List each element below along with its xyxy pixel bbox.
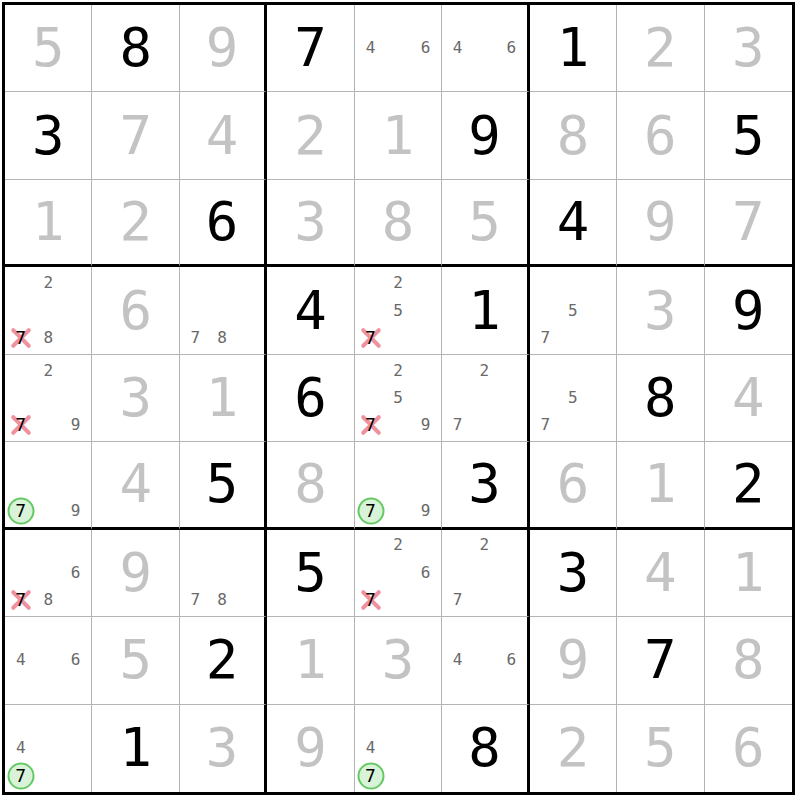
cell-r8c3[interactable]: 2 (180, 617, 267, 704)
cell-r7c2[interactable]: 9 (92, 530, 179, 617)
candidate-2: 2 (384, 532, 411, 559)
candidate-6: 6 (412, 559, 439, 586)
candidate-7: 7 (444, 587, 471, 614)
candidate-digit: 8 (43, 592, 53, 608)
cell-r5c4[interactable]: 6 (267, 355, 354, 442)
candidate-7-eliminated: 7 (357, 587, 384, 614)
candidate-digit: 8 (217, 592, 227, 608)
given-digit: 7 (617, 617, 703, 703)
cell-r3c1[interactable]: 1 (5, 180, 92, 267)
given-digit: 7 (267, 5, 353, 91)
candidate-grid: 79 (357, 444, 439, 524)
cell-r9c7[interactable]: 2 (530, 705, 617, 792)
candidate-digit: 5 (568, 303, 578, 319)
solved-digit: 9 (617, 180, 703, 264)
solved-digit: 2 (530, 705, 616, 792)
candidate-grid: 79 (7, 444, 89, 524)
candidate-digit: 7 (365, 591, 376, 609)
cell-r1c8[interactable]: 2 (617, 5, 704, 92)
solved-digit: 7 (92, 92, 178, 178)
candidate-digit: 8 (217, 330, 227, 346)
given-digit: 9 (442, 92, 526, 178)
cell-r3c8[interactable]: 9 (617, 180, 704, 267)
cell-r4c2[interactable]: 6 (92, 267, 179, 354)
cell-r8c9[interactable]: 8 (705, 617, 792, 704)
solved-digit: 4 (705, 355, 792, 441)
solved-digit: 5 (442, 180, 526, 264)
candidate-digit: 6 (506, 40, 516, 56)
cell-r2c2[interactable]: 7 (92, 92, 179, 179)
cell-r5c6[interactable]: 27 (442, 355, 529, 442)
cell-r4c8[interactable]: 3 (617, 267, 704, 354)
cell-r6c5[interactable]: 79 (355, 442, 442, 529)
candidate-4: 4 (444, 34, 471, 61)
cell-r8c7[interactable]: 9 (530, 617, 617, 704)
cell-r5c2[interactable]: 3 (92, 355, 179, 442)
cell-r9c9[interactable]: 6 (705, 705, 792, 792)
given-digit: 1 (530, 5, 616, 91)
solved-digit: 3 (180, 705, 264, 792)
candidate-5: 5 (384, 384, 411, 411)
candidate-8: 8 (209, 587, 236, 614)
cell-r8c2[interactable]: 5 (92, 617, 179, 704)
candidate-7-placed: 7 (7, 762, 34, 790)
cell-r1c1[interactable]: 5 (5, 5, 92, 92)
candidate-digit: 7 (541, 330, 551, 346)
candidate-6: 6 (62, 559, 89, 586)
candidate-digit: 7 (15, 502, 26, 520)
solved-digit: 5 (5, 5, 91, 91)
cell-r1c5[interactable]: 46 (355, 5, 442, 92)
candidate-digit: 2 (480, 363, 490, 379)
candidate-digit: 6 (71, 565, 81, 581)
solved-digit: 1 (705, 530, 792, 616)
candidate-7-eliminated: 7 (7, 324, 34, 351)
candidate-grid: 46 (444, 7, 524, 89)
candidate-7-eliminated: 7 (357, 412, 384, 439)
candidate-grid: 46 (357, 7, 439, 89)
candidate-6: 6 (498, 34, 525, 61)
cell-r2c1[interactable]: 3 (5, 92, 92, 179)
cell-r7c3[interactable]: 78 (180, 530, 267, 617)
solved-digit: 4 (92, 442, 178, 526)
candidate-digit: 7 (15, 591, 26, 609)
given-digit: 6 (267, 355, 353, 441)
solved-digit: 7 (705, 180, 792, 264)
candidate-2: 2 (471, 357, 498, 384)
cell-r4c3[interactable]: 78 (180, 267, 267, 354)
cell-r7c8[interactable]: 4 (617, 530, 704, 617)
solved-digit: 3 (617, 267, 703, 353)
cell-r7c1[interactable]: 678 (5, 530, 92, 617)
candidate-digit: 7 (190, 592, 200, 608)
cell-r4c9[interactable]: 9 (705, 267, 792, 354)
candidate-digit: 4 (16, 740, 26, 756)
solved-digit: 1 (5, 180, 91, 264)
solved-digit: 8 (530, 92, 616, 178)
cell-r7c6[interactable]: 27 (442, 530, 529, 617)
candidate-digit: 6 (506, 652, 516, 668)
cell-r3c4[interactable]: 3 (267, 180, 354, 267)
cell-r4c7[interactable]: 57 (530, 267, 617, 354)
cell-r5c8[interactable]: 8 (617, 355, 704, 442)
cell-r4c6[interactable]: 1 (442, 267, 529, 354)
candidate-grid: 678 (7, 532, 89, 614)
candidate-digit: 7 (365, 502, 376, 520)
candidate-4: 4 (444, 647, 471, 674)
candidate-digit: 2 (43, 363, 53, 379)
solved-digit: 5 (617, 705, 703, 792)
candidate-2: 2 (384, 269, 411, 296)
cell-r9c4[interactable]: 9 (267, 705, 354, 792)
cell-r6c3[interactable]: 5 (180, 442, 267, 529)
solved-digit: 8 (267, 442, 353, 526)
sudoku-board: 5897464612337421986512638549727867842571… (2, 2, 795, 795)
cell-r3c3[interactable]: 6 (180, 180, 267, 267)
cell-r8c6[interactable]: 46 (442, 617, 529, 704)
given-digit: 8 (92, 5, 178, 91)
cell-r5c7[interactable]: 57 (530, 355, 617, 442)
candidate-7: 7 (182, 324, 209, 351)
solved-digit: 4 (180, 92, 264, 178)
candidate-grid: 47 (357, 707, 439, 790)
solved-digit: 3 (705, 5, 792, 91)
solved-digit: 9 (530, 617, 616, 703)
given-digit: 5 (705, 92, 792, 178)
candidate-grid: 57 (532, 357, 614, 439)
cell-r2c6[interactable]: 9 (442, 92, 529, 179)
solved-digit: 3 (355, 617, 441, 703)
candidate-7: 7 (444, 412, 471, 439)
candidate-digit: 7 (190, 330, 200, 346)
candidate-grid: 279 (7, 357, 89, 439)
given-digit: 4 (530, 180, 616, 264)
given-digit: 3 (442, 442, 526, 526)
cell-r9c3[interactable]: 3 (180, 705, 267, 792)
solved-digit: 6 (617, 92, 703, 178)
candidate-digit: 5 (393, 390, 403, 406)
candidate-digit: 7 (365, 767, 376, 785)
solved-digit: 5 (92, 617, 178, 703)
candidate-grid: 278 (7, 269, 89, 351)
given-digit: 1 (92, 705, 178, 792)
given-digit: 9 (705, 267, 792, 353)
solved-digit: 9 (267, 705, 353, 792)
cell-r3c5[interactable]: 8 (355, 180, 442, 267)
candidate-digit: 6 (421, 565, 431, 581)
solved-digit: 3 (267, 180, 353, 264)
cell-r9c6[interactable]: 8 (442, 705, 529, 792)
cell-r2c8[interactable]: 6 (617, 92, 704, 179)
cell-r7c4[interactable]: 5 (267, 530, 354, 617)
cell-r9c5[interactable]: 47 (355, 705, 442, 792)
cell-r2c5[interactable]: 1 (355, 92, 442, 179)
cell-r2c7[interactable]: 8 (530, 92, 617, 179)
candidate-digit: 4 (453, 652, 463, 668)
solved-digit: 1 (617, 442, 703, 526)
cell-r5c3[interactable]: 1 (180, 355, 267, 442)
cell-r8c5[interactable]: 3 (355, 617, 442, 704)
cell-r5c9[interactable]: 4 (705, 355, 792, 442)
solved-digit: 3 (92, 355, 178, 441)
candidate-7: 7 (182, 587, 209, 614)
candidate-6: 6 (498, 647, 525, 674)
cell-r9c2[interactable]: 1 (92, 705, 179, 792)
sudoku-app: 5897464612337421986512638549727867842571… (0, 0, 800, 800)
candidate-grid: 46 (444, 619, 524, 701)
cell-r4c1[interactable]: 278 (5, 267, 92, 354)
solved-digit: 2 (92, 180, 178, 264)
cell-r8c1[interactable]: 46 (5, 617, 92, 704)
solved-digit: 2 (617, 5, 703, 91)
candidate-7-placed: 7 (7, 498, 34, 525)
cell-r6c7[interactable]: 6 (530, 442, 617, 529)
cell-r6c1[interactable]: 79 (5, 442, 92, 529)
cell-r1c6[interactable]: 46 (442, 5, 529, 92)
solved-digit: 2 (267, 92, 353, 178)
solved-digit: 8 (705, 617, 792, 703)
cell-r9c1[interactable]: 47 (5, 705, 92, 792)
candidate-grid: 267 (357, 532, 439, 614)
cell-r3c7[interactable]: 4 (530, 180, 617, 267)
cell-r2c4[interactable]: 2 (267, 92, 354, 179)
given-digit: 2 (705, 442, 792, 526)
candidate-grid: 257 (357, 269, 439, 351)
cell-r8c8[interactable]: 7 (617, 617, 704, 704)
solved-digit: 6 (705, 705, 792, 792)
given-digit: 4 (267, 267, 353, 353)
candidate-5: 5 (559, 384, 586, 411)
candidate-9: 9 (412, 498, 439, 525)
candidate-7-eliminated: 7 (7, 412, 34, 439)
given-digit: 5 (180, 442, 264, 526)
given-digit: 8 (442, 705, 526, 792)
candidate-digit: 9 (71, 417, 81, 433)
cell-r2c9[interactable]: 5 (705, 92, 792, 179)
cell-r7c5[interactable]: 267 (355, 530, 442, 617)
candidate-4: 4 (357, 34, 384, 61)
cell-r7c7[interactable]: 3 (530, 530, 617, 617)
cell-r1c4[interactable]: 7 (267, 5, 354, 92)
cell-r4c5[interactable]: 257 (355, 267, 442, 354)
solved-digit: 8 (355, 180, 441, 264)
candidate-7: 7 (532, 324, 559, 351)
candidate-digit: 4 (366, 40, 376, 56)
candidate-digit: 2 (393, 363, 403, 379)
solved-digit: 4 (617, 530, 703, 616)
candidate-grid: 78 (182, 532, 262, 614)
cell-r3c2[interactable]: 2 (92, 180, 179, 267)
candidate-6: 6 (62, 647, 89, 674)
candidate-5: 5 (559, 297, 586, 324)
cell-r6c2[interactable]: 4 (92, 442, 179, 529)
candidate-digit: 9 (421, 417, 431, 433)
cell-r3c6[interactable]: 5 (442, 180, 529, 267)
cell-r5c1[interactable]: 279 (5, 355, 92, 442)
candidate-6: 6 (412, 34, 439, 61)
candidate-9: 9 (62, 498, 89, 525)
candidate-grid: 46 (7, 619, 89, 701)
candidate-digit: 7 (365, 329, 376, 347)
cell-r2c3[interactable]: 4 (180, 92, 267, 179)
cell-r3c9[interactable]: 7 (705, 180, 792, 267)
cell-r9c8[interactable]: 5 (617, 705, 704, 792)
solved-digit: 1 (267, 617, 353, 703)
given-digit: 8 (617, 355, 703, 441)
solved-digit: 1 (355, 92, 441, 178)
candidate-grid: 27 (444, 357, 524, 439)
candidate-8: 8 (34, 587, 61, 614)
cell-r4c4[interactable]: 4 (267, 267, 354, 354)
solved-digit: 9 (92, 530, 178, 616)
given-digit: 6 (180, 180, 264, 264)
given-digit: 3 (530, 530, 616, 616)
cell-r6c9[interactable]: 2 (705, 442, 792, 529)
candidate-7-eliminated: 7 (7, 587, 34, 614)
given-digit: 5 (267, 530, 353, 616)
candidate-4: 4 (7, 734, 34, 762)
cell-r1c7[interactable]: 1 (530, 5, 617, 92)
candidate-grid: 2579 (357, 357, 439, 439)
candidate-digit: 4 (366, 740, 376, 756)
candidate-grid: 57 (532, 269, 614, 351)
candidate-digit: 6 (421, 40, 431, 56)
candidate-digit: 9 (421, 503, 431, 519)
candidate-digit: 7 (541, 417, 551, 433)
cell-r8c4[interactable]: 1 (267, 617, 354, 704)
given-digit: 2 (180, 617, 264, 703)
candidate-7: 7 (532, 412, 559, 439)
candidate-5: 5 (384, 297, 411, 324)
candidate-7-eliminated: 7 (357, 324, 384, 351)
candidate-digit: 2 (480, 537, 490, 553)
candidate-4: 4 (7, 647, 34, 674)
candidate-digit: 5 (393, 303, 403, 319)
cell-r6c8[interactable]: 1 (617, 442, 704, 529)
candidate-digit: 7 (15, 329, 26, 347)
candidate-9: 9 (412, 412, 439, 439)
cell-r5c5[interactable]: 2579 (355, 355, 442, 442)
candidate-2: 2 (471, 532, 498, 559)
candidate-7-placed: 7 (357, 762, 384, 790)
candidate-7-placed: 7 (357, 498, 384, 525)
cell-r6c6[interactable]: 3 (442, 442, 529, 529)
solved-digit: 9 (180, 5, 264, 91)
candidate-digit: 9 (71, 503, 81, 519)
cell-r7c9[interactable]: 1 (705, 530, 792, 617)
candidate-2: 2 (384, 357, 411, 384)
candidate-digit: 8 (43, 330, 53, 346)
candidate-digit: 2 (393, 537, 403, 553)
candidate-digit: 5 (568, 390, 578, 406)
candidate-digit: 2 (393, 275, 403, 291)
candidate-digit: 7 (453, 592, 463, 608)
given-digit: 1 (442, 267, 526, 353)
cell-r1c9[interactable]: 3 (705, 5, 792, 92)
cell-r1c2[interactable]: 8 (92, 5, 179, 92)
solved-digit: 6 (92, 267, 178, 353)
candidate-digit: 4 (16, 652, 26, 668)
candidate-digit: 2 (43, 275, 53, 291)
candidate-digit: 7 (365, 416, 376, 434)
candidate-grid: 78 (182, 269, 262, 351)
candidate-digit: 4 (453, 40, 463, 56)
solved-digit: 6 (530, 442, 616, 526)
candidate-digit: 7 (15, 416, 26, 434)
candidate-digit: 7 (15, 767, 26, 785)
candidate-grid: 47 (7, 707, 89, 790)
given-digit: 3 (5, 92, 91, 178)
candidate-8: 8 (209, 324, 236, 351)
solved-digit: 1 (180, 355, 264, 441)
candidate-8: 8 (34, 324, 61, 351)
candidate-9: 9 (62, 412, 89, 439)
candidate-4: 4 (357, 734, 384, 762)
candidate-digit: 6 (71, 652, 81, 668)
candidate-grid: 27 (444, 532, 524, 614)
candidate-2: 2 (34, 269, 61, 296)
candidate-digit: 7 (453, 417, 463, 433)
candidate-2: 2 (34, 357, 61, 384)
cell-r6c4[interactable]: 8 (267, 442, 354, 529)
cell-r1c3[interactable]: 9 (180, 5, 267, 92)
